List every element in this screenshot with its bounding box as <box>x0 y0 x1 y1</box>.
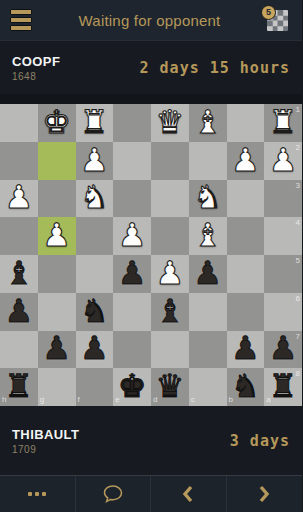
square-g5[interactable] <box>38 255 76 293</box>
square-b1[interactable] <box>227 104 265 142</box>
file-label: g <box>40 396 44 404</box>
square-c1[interactable]: ♝ <box>189 104 227 142</box>
white-pawn[interactable]: ♟ <box>80 144 109 176</box>
square-a8[interactable]: 8a♜ <box>264 368 302 406</box>
square-h6[interactable]: ♟ <box>0 293 38 331</box>
white-knight[interactable]: ♞ <box>193 181 222 213</box>
black-queen[interactable]: ♛ <box>156 370 185 402</box>
square-h3[interactable]: ♟ <box>0 180 38 218</box>
ellipsis-icon <box>28 492 46 496</box>
hamburger-bar <box>10 9 32 15</box>
square-f6[interactable]: ♞ <box>76 293 114 331</box>
file-label: h <box>2 396 6 404</box>
square-h5[interactable]: ♝ <box>0 255 38 293</box>
black-knight[interactable]: ♞ <box>231 370 260 402</box>
chevron-left-icon <box>177 483 199 505</box>
square-b7[interactable]: ♟ <box>227 331 265 369</box>
file-label: e <box>115 396 119 404</box>
square-g7[interactable]: ♟ <box>38 331 76 369</box>
white-rook[interactable]: ♜ <box>80 106 109 138</box>
square-g8[interactable]: g <box>38 368 76 406</box>
square-d2[interactable] <box>151 142 189 180</box>
white-bishop[interactable]: ♝ <box>193 106 222 138</box>
rank-label: 4 <box>296 219 300 227</box>
more-options-button[interactable] <box>0 476 76 512</box>
white-pawn[interactable]: ♟ <box>5 181 34 213</box>
square-d1[interactable]: ♛ <box>151 104 189 142</box>
black-bishop[interactable]: ♝ <box>156 295 185 327</box>
white-pawn[interactable]: ♟ <box>156 257 185 289</box>
square-c6[interactable] <box>189 293 227 331</box>
black-pawn[interactable]: ♟ <box>269 332 298 364</box>
square-e5[interactable]: ♟ <box>113 255 151 293</box>
black-pawn[interactable]: ♟ <box>231 332 260 364</box>
square-c2[interactable] <box>189 142 227 180</box>
opponent-rating: 1648 <box>12 71 60 82</box>
white-rook[interactable]: ♜ <box>269 106 298 138</box>
rank-label: 5 <box>296 257 300 265</box>
square-g6[interactable] <box>38 293 76 331</box>
rank-label: 7 <box>296 333 300 341</box>
file-label: b <box>229 396 233 404</box>
square-f7[interactable]: ♟ <box>76 331 114 369</box>
square-g3[interactable] <box>38 180 76 218</box>
white-pawn[interactable]: ♟ <box>42 219 71 251</box>
square-g1[interactable]: ♚ <box>38 104 76 142</box>
white-bishop[interactable]: ♝ <box>193 219 222 251</box>
file-label: f <box>78 396 80 404</box>
square-d7[interactable] <box>151 331 189 369</box>
white-knight[interactable]: ♞ <box>80 181 109 213</box>
square-b4[interactable] <box>227 217 265 255</box>
square-f8[interactable]: f <box>76 368 114 406</box>
white-pawn[interactable]: ♟ <box>118 219 147 251</box>
square-b6[interactable] <box>227 293 265 331</box>
square-f2[interactable]: ♟ <box>76 142 114 180</box>
square-a2[interactable]: 2♟ <box>264 142 302 180</box>
chat-button[interactable] <box>76 476 152 512</box>
page-title: Waiting for opponent <box>32 12 267 29</box>
black-pawn[interactable]: ♟ <box>80 332 109 364</box>
square-c5[interactable]: ♟ <box>189 255 227 293</box>
hamburger-bar <box>10 25 32 31</box>
square-b2[interactable]: ♟ <box>227 142 265 180</box>
rank-label: 8 <box>296 370 300 378</box>
square-d8[interactable]: d♛ <box>151 368 189 406</box>
square-b8[interactable]: b♞ <box>227 368 265 406</box>
square-c7[interactable] <box>189 331 227 369</box>
player-identity: THIBAULT 1709 <box>12 427 79 455</box>
square-d4[interactable] <box>151 217 189 255</box>
player-rating: 1709 <box>12 444 79 455</box>
square-h1[interactable] <box>0 104 38 142</box>
square-b5[interactable] <box>227 255 265 293</box>
square-d6[interactable]: ♝ <box>151 293 189 331</box>
previous-move-button[interactable] <box>151 476 227 512</box>
chat-bubble-icon <box>101 483 125 505</box>
square-e2[interactable] <box>113 142 151 180</box>
square-h8[interactable]: h♜ <box>0 368 38 406</box>
square-h2[interactable] <box>0 142 38 180</box>
opponent-clock: 2 days 15 hours <box>140 59 290 77</box>
next-move-button[interactable] <box>227 476 303 512</box>
square-c3[interactable]: ♞ <box>189 180 227 218</box>
player-bar: THIBAULT 1709 3 days <box>0 406 302 475</box>
square-a3[interactable]: 3 <box>264 180 302 218</box>
rank-label: 3 <box>296 182 300 190</box>
square-a1[interactable]: 1♜ <box>264 104 302 142</box>
black-pawn[interactable]: ♟ <box>193 257 222 289</box>
black-pawn[interactable]: ♟ <box>5 295 34 327</box>
player-name: THIBAULT <box>12 427 79 442</box>
square-e7[interactable] <box>113 331 151 369</box>
square-e8[interactable]: e♚ <box>113 368 151 406</box>
black-bishop[interactable]: ♝ <box>5 257 34 289</box>
square-f5[interactable] <box>76 255 114 293</box>
square-g2[interactable] <box>38 142 76 180</box>
black-king[interactable]: ♚ <box>118 370 147 402</box>
games-count-badge: 5 <box>261 5 276 20</box>
white-pawn[interactable]: ♟ <box>269 144 298 176</box>
hamburger-bar <box>10 17 32 23</box>
square-h7[interactable] <box>0 331 38 369</box>
square-b3[interactable] <box>227 180 265 218</box>
black-rook[interactable]: ♜ <box>5 370 34 402</box>
file-label: c <box>191 396 195 404</box>
opponent-identity: COOPF 1648 <box>12 54 60 82</box>
bottom-toolbar <box>0 475 302 512</box>
square-h4[interactable] <box>0 217 38 255</box>
file-label: a <box>266 396 270 404</box>
square-d3[interactable] <box>151 180 189 218</box>
chess-board[interactable]: ♚♜♛♝1♜♟♟2♟♟♞♞3♟♟♝4♝♟♟♟5♟♞♝6♟♟♟7♟h♜gfe♚d♛… <box>0 104 302 406</box>
top-app-bar: Waiting for opponent 5 <box>0 0 302 41</box>
square-f4[interactable] <box>76 217 114 255</box>
rank-label: 2 <box>296 144 300 152</box>
square-f1[interactable]: ♜ <box>76 104 114 142</box>
white-queen[interactable]: ♛ <box>156 106 185 138</box>
hamburger-menu-icon[interactable] <box>10 9 32 31</box>
square-g4[interactable]: ♟ <box>38 217 76 255</box>
white-king[interactable]: ♚ <box>42 106 71 138</box>
chevron-right-icon <box>253 483 275 505</box>
black-rook[interactable]: ♜ <box>269 370 298 402</box>
square-f3[interactable]: ♞ <box>76 180 114 218</box>
file-label: d <box>153 396 157 404</box>
square-c4[interactable]: ♝ <box>189 217 227 255</box>
square-e3[interactable] <box>113 180 151 218</box>
square-e4[interactable]: ♟ <box>113 217 151 255</box>
black-pawn[interactable]: ♟ <box>42 332 71 364</box>
square-e6[interactable] <box>113 293 151 331</box>
square-d5[interactable]: ♟ <box>151 255 189 293</box>
square-c8[interactable]: c <box>189 368 227 406</box>
rank-label: 6 <box>296 295 300 303</box>
white-pawn[interactable]: ♟ <box>231 144 260 176</box>
rank-label: 1 <box>296 106 300 114</box>
square-e1[interactable] <box>113 104 151 142</box>
games-in-progress-button[interactable]: 5 <box>267 10 288 31</box>
square-a6[interactable]: 6 <box>264 293 302 331</box>
opponent-name: COOPF <box>12 54 60 69</box>
black-knight[interactable]: ♞ <box>80 295 109 327</box>
opponent-bar: COOPF 1648 2 days 15 hours <box>0 41 302 94</box>
player-clock: 3 days <box>230 432 290 450</box>
square-a7[interactable]: 7♟ <box>264 331 302 369</box>
black-pawn[interactable]: ♟ <box>118 257 147 289</box>
square-a5[interactable]: 5 <box>264 255 302 293</box>
square-a4[interactable]: 4 <box>264 217 302 255</box>
